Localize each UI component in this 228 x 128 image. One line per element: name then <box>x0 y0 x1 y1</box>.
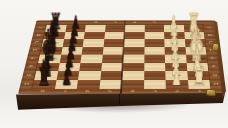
square-f5[interactable] <box>101 63 123 71</box>
square-c6[interactable] <box>83 39 104 47</box>
brass-clasp-top <box>211 42 219 51</box>
chess-set-photo: 88AA77BB66CC55DD44EE33FF22GG11HH♜♞♝♛♚♝♞♜… <box>0 0 228 128</box>
coordinate-label: E <box>31 57 36 60</box>
square-a6[interactable] <box>85 25 106 32</box>
coordinate-label: 2 <box>175 90 180 93</box>
square-d6[interactable] <box>82 47 104 55</box>
square-h3[interactable] <box>144 80 166 89</box>
board-plane: 88AA77BB66CC55DD44EE33FF22GG11HH♜♞♝♛♚♝♞♜… <box>18 21 224 94</box>
square-e4[interactable] <box>123 55 144 63</box>
coordinate-label: G <box>26 74 32 77</box>
coordinate-label: 5 <box>108 90 113 93</box>
square-d3[interactable] <box>144 47 165 55</box>
front-edge-seam <box>119 94 120 104</box>
coordinate-label: H <box>24 83 30 86</box>
coordinate-label: 3 <box>152 21 156 23</box>
coordinate-label: G <box>212 74 218 77</box>
coordinate-label: 1 <box>197 90 202 93</box>
square-d4[interactable] <box>123 47 144 55</box>
coordinate-label: F <box>212 65 216 68</box>
coordinate-label: C <box>34 42 39 44</box>
coordinate-label: 6 <box>85 90 90 93</box>
coordinate-label: 4 <box>133 21 137 23</box>
square-h5[interactable] <box>99 80 122 89</box>
square-g6[interactable] <box>78 71 101 80</box>
coordinate-label: 6 <box>94 21 98 23</box>
square-b4[interactable] <box>124 32 144 39</box>
square-h6[interactable] <box>77 80 100 89</box>
square-g4[interactable] <box>122 71 144 80</box>
coordinate-label: 7 <box>63 90 68 93</box>
coordinate-label: A <box>207 27 211 29</box>
coordinate-label: F <box>29 65 33 68</box>
square-c5[interactable] <box>103 39 124 47</box>
square-h4[interactable] <box>121 80 143 89</box>
square-e5[interactable] <box>102 55 124 63</box>
coordinate-label: H <box>213 83 219 86</box>
square-f4[interactable] <box>122 63 144 71</box>
square-e6[interactable] <box>80 55 102 63</box>
square-f3[interactable] <box>144 63 166 71</box>
square-d5[interactable] <box>102 47 123 55</box>
square-e3[interactable] <box>144 55 165 63</box>
square-c3[interactable] <box>144 39 164 47</box>
coordinate-label: D <box>32 49 38 51</box>
square-f6[interactable] <box>79 63 101 71</box>
square-g5[interactable] <box>100 71 122 80</box>
square-b5[interactable] <box>104 32 125 39</box>
brass-clasp-bottom <box>206 88 217 96</box>
square-c4[interactable] <box>124 39 145 47</box>
coordinate-label: 5 <box>113 21 117 23</box>
coordinate-label: E <box>211 57 215 60</box>
square-g3[interactable] <box>144 71 166 80</box>
coordinate-label: 4 <box>130 90 135 93</box>
coordinate-label: 3 <box>152 90 156 93</box>
coordinate-label: 8 <box>40 90 45 93</box>
square-a5[interactable] <box>105 25 125 32</box>
coordinate-label: B <box>208 34 213 36</box>
square-a3[interactable] <box>144 25 164 32</box>
square-b3[interactable] <box>144 32 164 39</box>
square-b6[interactable] <box>84 32 105 39</box>
square-a4[interactable] <box>124 25 144 32</box>
